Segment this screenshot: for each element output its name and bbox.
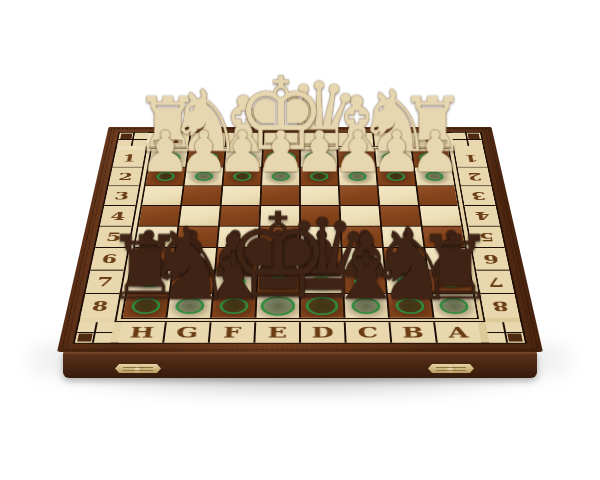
rank-label-text: 8 [490, 298, 509, 314]
square-g7[interactable] [171, 271, 215, 294]
square-h8[interactable] [123, 294, 169, 318]
square-b8[interactable] [388, 294, 433, 318]
square-e4[interactable] [260, 206, 299, 226]
square-c3[interactable] [340, 186, 379, 205]
square-e5[interactable] [259, 227, 299, 248]
square-e7[interactable] [257, 271, 299, 294]
rank-label-text: 4 [474, 209, 491, 222]
square-h4[interactable] [139, 206, 180, 226]
square-g5[interactable] [177, 227, 218, 248]
square-a4[interactable] [420, 206, 461, 226]
square-c4[interactable] [341, 206, 381, 226]
box-front-edge [63, 352, 537, 378]
file-label-text: A [420, 134, 438, 145]
square-g3[interactable] [182, 186, 222, 205]
square-h5[interactable] [135, 227, 177, 248]
square-f3[interactable] [222, 186, 261, 205]
square-h1[interactable] [149, 149, 188, 166]
square-c6[interactable] [342, 248, 384, 270]
rank-label-text: 6 [482, 252, 500, 266]
square-e8[interactable] [256, 294, 299, 318]
square-g6[interactable] [174, 248, 216, 270]
square-e2[interactable] [262, 167, 299, 185]
square-d1[interactable] [301, 149, 337, 166]
square-g8[interactable] [167, 294, 212, 318]
square-b5[interactable] [382, 227, 423, 248]
square-d6[interactable] [301, 248, 342, 270]
square-f6[interactable] [216, 248, 258, 270]
perspective-stage: HGFEDCBA HGFEDCBA 12345678 12345678 ♜♞♝♚… [0, 0, 600, 480]
square-b2[interactable] [377, 167, 416, 185]
file-label-text: H [160, 134, 181, 145]
rank-label-text: 3 [470, 189, 487, 201]
rank-label-text: 7 [486, 274, 505, 289]
rank-label-text: 1 [463, 152, 479, 163]
square-c2[interactable] [339, 167, 377, 185]
square-h7[interactable] [127, 271, 172, 294]
square-f4[interactable] [220, 206, 260, 226]
rank-label-text: 5 [478, 230, 496, 244]
square-d4[interactable] [301, 206, 340, 226]
square-g1[interactable] [187, 149, 225, 166]
square-a7[interactable] [428, 271, 473, 294]
square-d2[interactable] [301, 167, 338, 185]
file-label-text: B [383, 134, 402, 145]
file-label-text: G [198, 134, 217, 145]
square-b4[interactable] [380, 206, 420, 226]
square-e1[interactable] [263, 149, 299, 166]
hinge-left [115, 364, 161, 373]
square-b6[interactable] [384, 248, 426, 270]
square-f1[interactable] [225, 149, 262, 166]
square-c5[interactable] [341, 227, 382, 248]
square-d3[interactable] [301, 186, 339, 205]
chess-board: HGFEDCBA HGFEDCBA 12345678 12345678 ♜♞♝♚… [57, 127, 543, 352]
square-c7[interactable] [343, 271, 386, 294]
square-d8[interactable] [301, 294, 344, 318]
square-a8[interactable] [431, 294, 477, 318]
square-a5[interactable] [423, 227, 465, 248]
square-h2[interactable] [146, 167, 185, 185]
square-b3[interactable] [378, 186, 418, 205]
square-b7[interactable] [386, 271, 430, 294]
hinge-right [428, 364, 474, 373]
square-g2[interactable] [185, 167, 224, 185]
square-h6[interactable] [131, 248, 174, 270]
square-a6[interactable] [425, 248, 468, 270]
square-f2[interactable] [223, 167, 261, 185]
square-f7[interactable] [214, 271, 257, 294]
rank-label-text: 2 [466, 170, 482, 182]
square-f5[interactable] [218, 227, 259, 248]
square-h3[interactable] [142, 186, 182, 205]
file-label-text: F [237, 134, 253, 145]
square-f8[interactable] [212, 294, 256, 318]
square-d7[interactable] [301, 271, 343, 294]
file-label-text: E [273, 134, 289, 145]
square-d5[interactable] [301, 227, 341, 248]
square-a2[interactable] [415, 167, 454, 185]
square-b1[interactable] [375, 149, 413, 166]
file-label-text: D [309, 134, 327, 145]
square-c1[interactable] [338, 149, 375, 166]
square-e3[interactable] [261, 186, 299, 205]
square-g4[interactable] [179, 206, 219, 226]
square-a3[interactable] [417, 186, 457, 205]
product-photo-scene: HGFEDCBA HGFEDCBA 12345678 12345678 ♜♞♝♚… [0, 0, 600, 480]
square-e6[interactable] [258, 248, 299, 270]
square-a1[interactable] [412, 149, 451, 166]
file-label-text: C [347, 134, 364, 145]
square-c8[interactable] [344, 294, 388, 318]
playing-squares [123, 149, 477, 317]
